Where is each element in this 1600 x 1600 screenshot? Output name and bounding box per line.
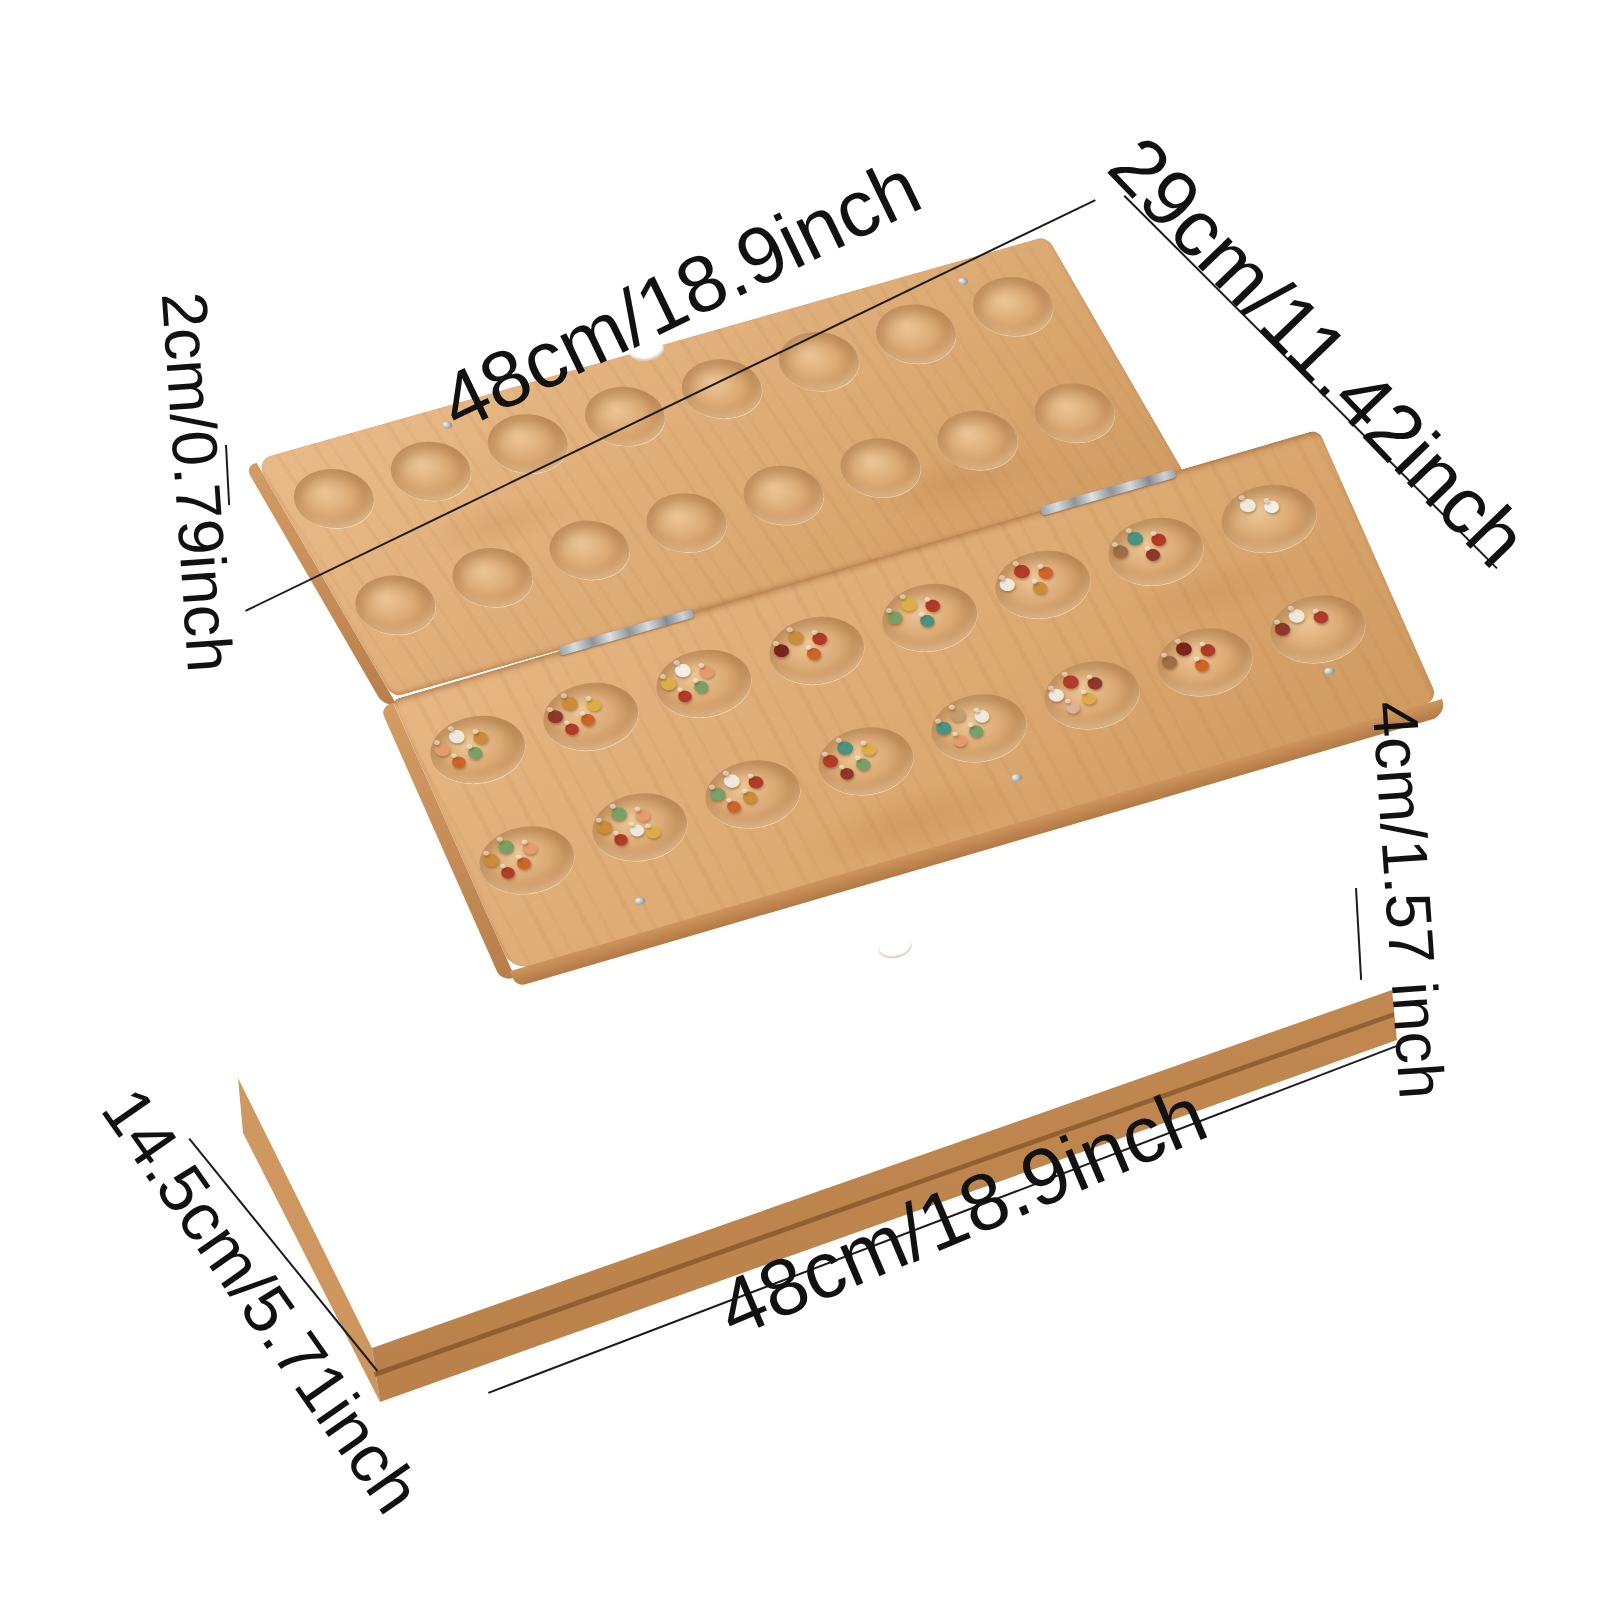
pit-with-stones: ●●●● [984,540,1102,628]
pit-with-stones: ●●●●● [645,639,763,727]
pit-with-stones: ●●●● [758,606,876,694]
pit-with-stones: ●●●●● [1033,651,1151,739]
product-photo: ●●●●●●●●●●●●●●●●●●●●●●●●●●●●●●●●●●●●●●●●… [0,0,1600,1600]
pit-empty [828,430,933,506]
pit-with-stones: ●●●●● [532,672,650,760]
pit-with-stones: ●● [1210,474,1328,562]
pit-with-stones: ●●●●● [419,705,537,793]
pit-empty [731,457,836,533]
pit-empty [634,485,739,561]
pit-empty [960,269,1065,345]
magnet-dot [1323,666,1336,676]
pit-with-stones: ●●●●● [920,684,1038,772]
pit-with-stones: ●●●●● [807,717,925,805]
pit-empty [1022,375,1127,451]
pit-empty [281,461,386,537]
magnet-dot [633,896,646,906]
pit-empty [343,567,448,643]
dim-label-open-thickness: 2cm/0.79inch [147,290,247,675]
pit-empty [863,296,968,372]
magnet-dot [1010,773,1023,783]
pit-with-stones: ●●●● [1146,618,1264,706]
magnet-dot [957,277,970,286]
pit-with-stones: ●●●● [871,573,989,661]
pit-empty [440,540,545,616]
pit-with-stones: ●●●●● [468,816,586,904]
pit-with-stones: ●●● [1259,585,1377,673]
pit-with-stones: ●●●●● [694,750,812,838]
pit-empty [925,402,1030,478]
pit-with-stones: ●●●●●● [581,783,699,871]
pit-with-stones: ●●●● [1097,507,1215,595]
pit-empty [537,512,642,588]
